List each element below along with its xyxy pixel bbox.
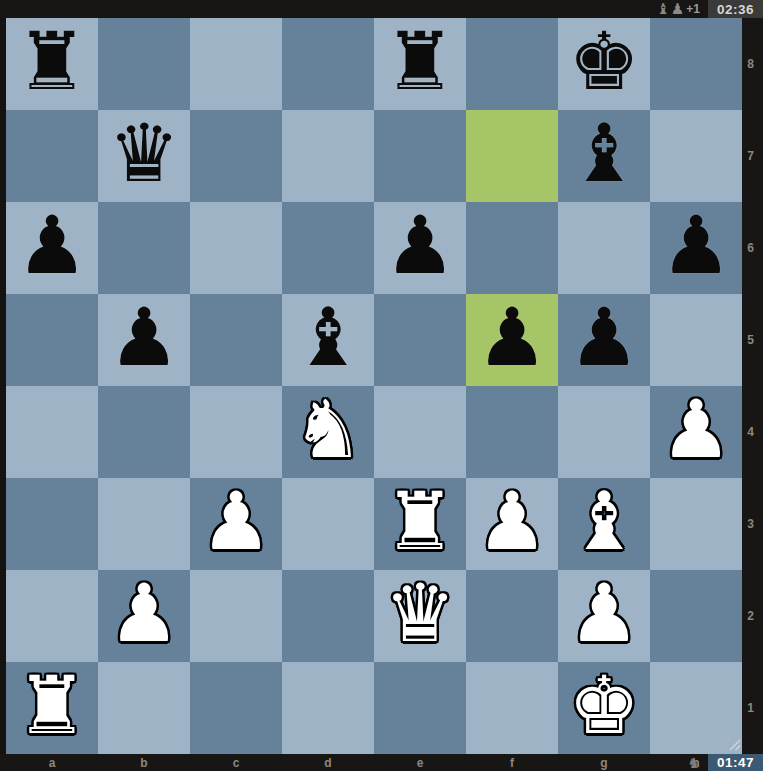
file-label-b: b (98, 754, 190, 771)
chess-app: ♝♟ +1 02:36 ♜♜♚♛♝♟♟♟♟♝♟♟♞♟♟♜♟♝♟♛♟♜♚ 8765… (0, 0, 763, 771)
square-a8[interactable]: ♜ (6, 18, 98, 110)
white-pawn-b2[interactable]: ♟ (108, 574, 180, 654)
file-label-c: c (190, 754, 282, 771)
square-e7[interactable] (374, 110, 466, 202)
square-f6[interactable] (466, 202, 558, 294)
black-pawn-h6[interactable]: ♟ (660, 206, 732, 286)
white-pawn-c3[interactable]: ♟ (200, 482, 272, 562)
square-h6[interactable]: ♟ (650, 202, 742, 294)
square-f1[interactable] (466, 662, 558, 754)
player-captured-pieces: ♞ (687, 756, 700, 770)
square-a3[interactable] (6, 478, 98, 570)
black-pawn-b5[interactable]: ♟ (108, 298, 180, 378)
square-f2[interactable] (466, 570, 558, 662)
square-e6[interactable]: ♟ (374, 202, 466, 294)
square-a6[interactable]: ♟ (6, 202, 98, 294)
square-b5[interactable]: ♟ (98, 294, 190, 386)
square-g3[interactable]: ♝ (558, 478, 650, 570)
square-f8[interactable] (466, 18, 558, 110)
chess-board[interactable]: ♜♜♚♛♝♟♟♟♟♝♟♟♞♟♟♜♟♝♟♛♟♜♚ (6, 18, 742, 754)
square-g1[interactable]: ♚ (558, 662, 650, 754)
pawn-icon: ♟ (671, 2, 684, 17)
square-b7[interactable]: ♛ (98, 110, 190, 202)
square-d7[interactable] (282, 110, 374, 202)
white-rook-a1[interactable]: ♜ (16, 666, 88, 746)
black-rook-a8[interactable]: ♜ (16, 22, 88, 102)
white-pawn-g2[interactable]: ♟ (568, 574, 640, 654)
square-a7[interactable] (6, 110, 98, 202)
white-pawn-h4[interactable]: ♟ (660, 390, 732, 470)
black-pawn-g5[interactable]: ♟ (568, 298, 640, 378)
black-pawn-e6[interactable]: ♟ (384, 206, 456, 286)
rank-label-6: 6 (742, 202, 759, 294)
black-pawn-a6[interactable]: ♟ (16, 206, 88, 286)
square-b3[interactable] (98, 478, 190, 570)
square-d8[interactable] (282, 18, 374, 110)
square-d4[interactable]: ♞ (282, 386, 374, 478)
square-d3[interactable] (282, 478, 374, 570)
rank-label-5: 5 (742, 294, 759, 386)
square-g8[interactable]: ♚ (558, 18, 650, 110)
square-f7[interactable] (466, 110, 558, 202)
square-d1[interactable] (282, 662, 374, 754)
white-queen-e2[interactable]: ♛ (384, 574, 456, 654)
knight-icon: ♞ (687, 756, 700, 770)
player-bar: abcdefgh ♞ 01:47 (0, 754, 763, 771)
opponent-bar: ♝♟ +1 02:36 (0, 0, 763, 18)
square-e4[interactable] (374, 386, 466, 478)
white-pawn-f3[interactable]: ♟ (476, 482, 548, 562)
square-d6[interactable] (282, 202, 374, 294)
square-e8[interactable]: ♜ (374, 18, 466, 110)
square-g2[interactable]: ♟ (558, 570, 650, 662)
square-g4[interactable] (558, 386, 650, 478)
file-label-a: a (6, 754, 98, 771)
square-h2[interactable] (650, 570, 742, 662)
square-h3[interactable] (650, 478, 742, 570)
square-h7[interactable] (650, 110, 742, 202)
rank-label-1: 1 (742, 662, 759, 754)
bishop-icon: ♝ (656, 2, 669, 17)
rank-label-3: 3 (742, 478, 759, 570)
square-h5[interactable] (650, 294, 742, 386)
square-f3[interactable]: ♟ (466, 478, 558, 570)
file-label-d: d (282, 754, 374, 771)
square-c8[interactable] (190, 18, 282, 110)
resize-handle-icon[interactable] (727, 737, 742, 752)
black-pawn-f5[interactable]: ♟ (476, 298, 548, 378)
black-king-g8[interactable]: ♚ (568, 22, 640, 102)
square-c1[interactable] (190, 662, 282, 754)
square-e2[interactable]: ♛ (374, 570, 466, 662)
material-advantage: +1 (686, 2, 700, 16)
square-b8[interactable] (98, 18, 190, 110)
white-king-g1[interactable]: ♚ (568, 666, 640, 746)
rank-label-8: 8 (742, 18, 759, 110)
square-d2[interactable] (282, 570, 374, 662)
square-g6[interactable] (558, 202, 650, 294)
file-label-f: f (466, 754, 558, 771)
black-queen-b7[interactable]: ♛ (108, 114, 180, 194)
square-h8[interactable] (650, 18, 742, 110)
rank-label-4: 4 (742, 386, 759, 478)
player-clock: 01:47 (708, 754, 763, 771)
rank-label-7: 7 (742, 110, 759, 202)
white-rook-e3[interactable]: ♜ (384, 482, 456, 562)
white-knight-d4[interactable]: ♞ (292, 390, 364, 470)
square-c2[interactable] (190, 570, 282, 662)
black-bishop-d5[interactable]: ♝ (292, 298, 364, 378)
square-c4[interactable] (190, 386, 282, 478)
square-a1[interactable]: ♜ (6, 662, 98, 754)
square-a4[interactable] (6, 386, 98, 478)
square-a2[interactable] (6, 570, 98, 662)
square-e5[interactable] (374, 294, 466, 386)
file-label-g: g (558, 754, 650, 771)
black-bishop-g7[interactable]: ♝ (568, 114, 640, 194)
square-b6[interactable] (98, 202, 190, 294)
opponent-captured-pieces: ♝♟ (656, 2, 684, 17)
square-e3[interactable]: ♜ (374, 478, 466, 570)
square-b4[interactable] (98, 386, 190, 478)
file-labels: abcdefgh (6, 754, 742, 771)
square-c3[interactable]: ♟ (190, 478, 282, 570)
opponent-clock: 02:36 (708, 0, 763, 18)
square-h4[interactable]: ♟ (650, 386, 742, 478)
square-b1[interactable] (98, 662, 190, 754)
square-d5[interactable]: ♝ (282, 294, 374, 386)
file-label-e: e (374, 754, 466, 771)
square-f4[interactable] (466, 386, 558, 478)
square-a5[interactable] (6, 294, 98, 386)
square-e1[interactable] (374, 662, 466, 754)
white-bishop-g3[interactable]: ♝ (568, 482, 640, 562)
rank-labels: 87654321 (742, 18, 763, 754)
square-c5[interactable] (190, 294, 282, 386)
square-f5[interactable]: ♟ (466, 294, 558, 386)
square-c7[interactable] (190, 110, 282, 202)
rank-label-2: 2 (742, 570, 759, 662)
black-rook-e8[interactable]: ♜ (384, 22, 456, 102)
square-g7[interactable]: ♝ (558, 110, 650, 202)
square-b2[interactable]: ♟ (98, 570, 190, 662)
square-g5[interactable]: ♟ (558, 294, 650, 386)
square-c6[interactable] (190, 202, 282, 294)
